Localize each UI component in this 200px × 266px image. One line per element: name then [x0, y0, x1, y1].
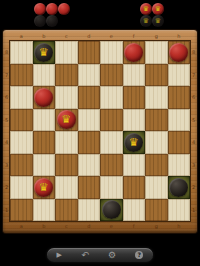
board-grid: ♛♛♛♛: [10, 41, 190, 221]
square-b2[interactable]: ♛: [33, 176, 56, 199]
rank-label: 3: [3, 154, 10, 177]
file-label: c: [55, 222, 78, 230]
square-e5[interactable]: [100, 109, 123, 132]
square-c4[interactable]: [55, 131, 78, 154]
square-b4[interactable]: [33, 131, 56, 154]
square-b3[interactable]: [33, 154, 56, 177]
file-labels-top: abcdefgh: [10, 32, 190, 40]
tray-red-king: ♛: [152, 3, 164, 15]
rank-label: 7: [3, 64, 10, 87]
rank-labels-right: 87654321: [190, 41, 197, 221]
rank-label: 1: [3, 199, 10, 222]
file-label: a: [10, 32, 33, 40]
red-king-b2[interactable]: ♛: [34, 178, 53, 197]
red-man-f8[interactable]: [124, 43, 143, 62]
file-label: g: [145, 222, 168, 230]
square-d1[interactable]: [78, 199, 101, 222]
square-a1[interactable]: [10, 199, 33, 222]
rank-label: 5: [3, 109, 10, 132]
square-g6[interactable]: [145, 86, 168, 109]
black-man-e1[interactable]: [102, 200, 121, 219]
square-f4[interactable]: ♛: [123, 131, 146, 154]
square-a5[interactable]: [10, 109, 33, 132]
red-man-h8[interactable]: [169, 43, 188, 62]
crown-icon: ♛: [152, 15, 164, 27]
square-a7[interactable]: [10, 64, 33, 87]
square-e2[interactable]: [100, 176, 123, 199]
square-h3[interactable]: [168, 154, 191, 177]
rank-label: 1: [190, 199, 197, 222]
tray-black-king: ♛: [140, 15, 152, 27]
file-label: e: [100, 222, 123, 230]
rank-label: 6: [190, 86, 197, 109]
square-g4[interactable]: [145, 131, 168, 154]
black-kings-tray-row: ♛♛: [140, 15, 164, 27]
square-f6[interactable]: [123, 86, 146, 109]
square-d5[interactable]: [78, 109, 101, 132]
rank-label: 7: [190, 64, 197, 87]
square-g1[interactable]: [145, 199, 168, 222]
checkers-board: abcdefgh abcdefgh 87654321 87654321 ♛♛♛♛: [3, 30, 197, 233]
square-d8[interactable]: [78, 41, 101, 64]
black-men-tray-row: [34, 15, 70, 27]
square-b6[interactable]: [33, 86, 56, 109]
help-icon[interactable]: ?: [135, 251, 143, 259]
square-a6[interactable]: [10, 86, 33, 109]
square-d4[interactable]: [78, 131, 101, 154]
tray-red-man: [46, 3, 58, 15]
file-label: d: [78, 32, 101, 40]
square-h1[interactable]: [168, 199, 191, 222]
square-e1[interactable]: [100, 199, 123, 222]
square-e6[interactable]: [100, 86, 123, 109]
file-labels-bottom: abcdefgh: [10, 222, 190, 230]
rank-label: 4: [3, 131, 10, 154]
square-e4[interactable]: [100, 131, 123, 154]
square-e3[interactable]: [100, 154, 123, 177]
black-king-b8[interactable]: ♛: [34, 43, 53, 62]
square-d2[interactable]: [78, 176, 101, 199]
bottom-toolbar: ▶ ↶ ⚙ ?: [47, 248, 153, 262]
crown-icon: ♛: [152, 3, 164, 15]
gear-icon[interactable]: ⚙: [108, 251, 116, 260]
file-label: h: [168, 222, 191, 230]
square-g8[interactable]: [145, 41, 168, 64]
square-a3[interactable]: [10, 154, 33, 177]
file-label: c: [55, 32, 78, 40]
file-label: a: [10, 222, 33, 230]
tray-red-man: [58, 3, 70, 15]
play-icon[interactable]: ▶: [57, 252, 62, 259]
square-c8[interactable]: [55, 41, 78, 64]
square-h4[interactable]: [168, 131, 191, 154]
file-label: d: [78, 222, 101, 230]
black-king-f4[interactable]: ♛: [124, 133, 143, 152]
square-a4[interactable]: [10, 131, 33, 154]
rank-label: 4: [190, 131, 197, 154]
crown-icon: ♛: [57, 110, 76, 129]
file-label: f: [123, 32, 146, 40]
tray-black-man: [34, 15, 46, 27]
square-g2[interactable]: [145, 176, 168, 199]
file-label: b: [33, 32, 56, 40]
rank-label: 2: [190, 176, 197, 199]
rank-label: 8: [190, 41, 197, 64]
square-c7[interactable]: [55, 64, 78, 87]
square-e7[interactable]: [100, 64, 123, 87]
file-label: e: [100, 32, 123, 40]
square-h8[interactable]: [168, 41, 191, 64]
square-h5[interactable]: [168, 109, 191, 132]
tray-black-man: [46, 15, 58, 27]
rank-labels-left: 87654321: [3, 41, 10, 221]
square-c2[interactable]: [55, 176, 78, 199]
square-f8[interactable]: [123, 41, 146, 64]
rank-label: 5: [190, 109, 197, 132]
square-e8[interactable]: [100, 41, 123, 64]
crown-icon: ♛: [34, 178, 53, 197]
square-b1[interactable]: [33, 199, 56, 222]
square-a2[interactable]: [10, 176, 33, 199]
square-f7[interactable]: [123, 64, 146, 87]
square-g5[interactable]: [145, 109, 168, 132]
square-f3[interactable]: [123, 154, 146, 177]
red-men-tray-row: [34, 3, 70, 15]
square-g3[interactable]: [145, 154, 168, 177]
checkers-app: ♛♛ ♛♛ abcdefgh abcdefgh 87654321 8765432…: [0, 0, 200, 266]
square-f1[interactable]: [123, 199, 146, 222]
red-kings-tray-row: ♛♛: [140, 3, 164, 15]
red-king-c5[interactable]: ♛: [57, 110, 76, 129]
square-c5[interactable]: ♛: [55, 109, 78, 132]
tray-red-king: ♛: [140, 3, 152, 15]
red-man-b6[interactable]: [34, 88, 53, 107]
square-c3[interactable]: [55, 154, 78, 177]
square-c1[interactable]: [55, 199, 78, 222]
rank-label: 8: [3, 41, 10, 64]
tray-red-man: [34, 3, 46, 15]
square-c6[interactable]: [55, 86, 78, 109]
square-f5[interactable]: [123, 109, 146, 132]
undo-icon[interactable]: ↶: [81, 251, 89, 260]
square-f2[interactable]: [123, 176, 146, 199]
square-h6[interactable]: [168, 86, 191, 109]
rank-label: 3: [190, 154, 197, 177]
crown-icon: ♛: [124, 133, 143, 152]
tray-black-king: ♛: [152, 15, 164, 27]
square-b7[interactable]: [33, 64, 56, 87]
kings-count-tray: ♛♛ ♛♛: [140, 3, 164, 27]
men-count-tray: [34, 3, 70, 27]
square-b5[interactable]: [33, 109, 56, 132]
file-label: b: [33, 222, 56, 230]
crown-icon: ♛: [34, 43, 53, 62]
file-label: f: [123, 222, 146, 230]
rank-label: 6: [3, 86, 10, 109]
square-b8[interactable]: ♛: [33, 41, 56, 64]
square-d3[interactable]: [78, 154, 101, 177]
file-label: h: [168, 32, 191, 40]
square-h2[interactable]: [168, 176, 191, 199]
square-h7[interactable]: [168, 64, 191, 87]
square-g7[interactable]: [145, 64, 168, 87]
crown-icon: ♛: [140, 3, 152, 15]
file-label: g: [145, 32, 168, 40]
crown-icon: ♛: [140, 15, 152, 27]
square-d6[interactable]: [78, 86, 101, 109]
square-a8[interactable]: [10, 41, 33, 64]
square-d7[interactable]: [78, 64, 101, 87]
rank-label: 2: [3, 176, 10, 199]
black-man-h2[interactable]: [169, 178, 188, 197]
